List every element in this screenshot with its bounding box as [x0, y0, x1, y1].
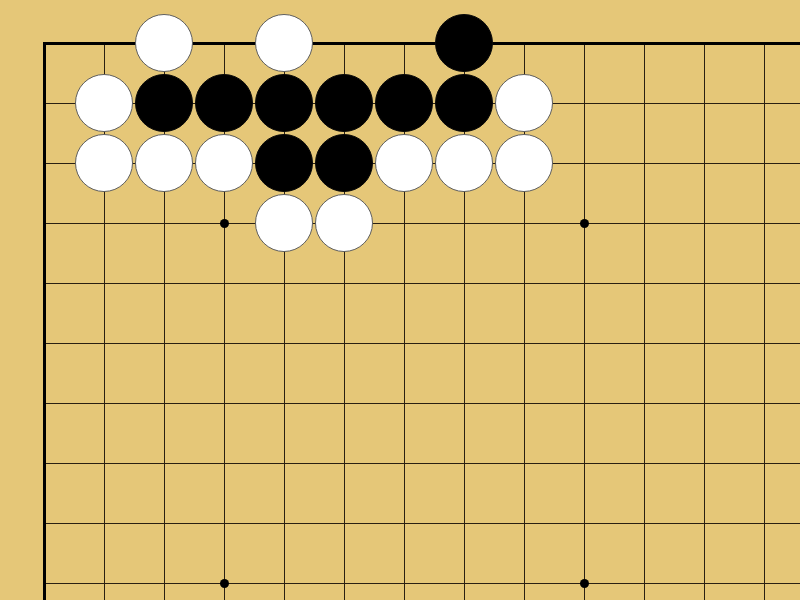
star-point-K10 — [580, 579, 589, 588]
intersection-A15[interactable] — [14, 253, 74, 313]
intersection-J12[interactable] — [494, 433, 554, 493]
intersection-A19[interactable] — [14, 13, 74, 73]
intersection-O14[interactable] — [794, 313, 800, 373]
intersection-M13[interactable] — [674, 373, 734, 433]
intersection-B11[interactable] — [74, 493, 134, 553]
intersection-J16[interactable] — [494, 193, 554, 253]
intersection-F12[interactable] — [314, 433, 374, 493]
intersection-M12[interactable] — [674, 433, 734, 493]
intersection-J15[interactable] — [494, 253, 554, 313]
intersection-C16[interactable] — [134, 193, 194, 253]
intersection-O16[interactable] — [794, 193, 800, 253]
intersection-K17[interactable] — [554, 133, 614, 193]
intersection-H11[interactable] — [434, 493, 494, 553]
intersection-C15[interactable] — [134, 253, 194, 313]
black-stone-C18 — [135, 74, 193, 132]
white-stone-E16 — [255, 194, 313, 252]
intersection-M15[interactable] — [674, 253, 734, 313]
intersection-E15[interactable] — [254, 253, 314, 313]
intersection-E14[interactable] — [254, 313, 314, 373]
white-stone-C17 — [135, 134, 193, 192]
intersection-L19[interactable] — [614, 13, 674, 73]
intersection-N16[interactable] — [734, 193, 794, 253]
black-stone-H19 — [435, 14, 493, 72]
intersection-L17[interactable] — [614, 133, 674, 193]
black-stone-F18 — [315, 74, 373, 132]
intersection-C11[interactable] — [134, 493, 194, 553]
black-stone-E17 — [255, 134, 313, 192]
intersection-A10[interactable] — [14, 553, 74, 600]
intersection-F13[interactable] — [314, 373, 374, 433]
white-stone-B17 — [75, 134, 133, 192]
white-stone-B18 — [75, 74, 133, 132]
white-stone-H17 — [435, 134, 493, 192]
intersection-M11[interactable] — [674, 493, 734, 553]
intersection-K14[interactable] — [554, 313, 614, 373]
intersection-B19[interactable] — [74, 13, 134, 73]
intersection-O12[interactable] — [794, 433, 800, 493]
intersection-F19[interactable] — [314, 13, 374, 73]
intersection-M17[interactable] — [674, 133, 734, 193]
intersection-N13[interactable] — [734, 373, 794, 433]
star-point-K16 — [580, 219, 589, 228]
intersection-D19[interactable] — [194, 13, 254, 73]
intersection-C14[interactable] — [134, 313, 194, 373]
intersection-K13[interactable] — [554, 373, 614, 433]
intersection-H15[interactable] — [434, 253, 494, 313]
intersection-L18[interactable] — [614, 73, 674, 133]
intersection-F11[interactable] — [314, 493, 374, 553]
intersection-L15[interactable] — [614, 253, 674, 313]
intersection-J19[interactable] — [494, 13, 554, 73]
intersection-K12[interactable] — [554, 433, 614, 493]
intersection-J10[interactable] — [494, 553, 554, 600]
intersection-D13[interactable] — [194, 373, 254, 433]
intersection-B13[interactable] — [74, 373, 134, 433]
star-point-D10 — [220, 579, 229, 588]
intersection-O15[interactable] — [794, 253, 800, 313]
intersection-J13[interactable] — [494, 373, 554, 433]
intersection-D10[interactable] — [194, 553, 254, 600]
intersection-B10[interactable] — [74, 553, 134, 600]
intersection-K11[interactable] — [554, 493, 614, 553]
intersection-A18[interactable] — [14, 73, 74, 133]
intersection-L13[interactable] — [614, 373, 674, 433]
intersection-O19[interactable] — [794, 13, 800, 73]
intersection-A16[interactable] — [14, 193, 74, 253]
intersection-C10[interactable] — [134, 553, 194, 600]
intersection-B16[interactable] — [74, 193, 134, 253]
intersection-B12[interactable] — [74, 433, 134, 493]
intersection-N19[interactable] — [734, 13, 794, 73]
intersection-J11[interactable] — [494, 493, 554, 553]
intersection-H14[interactable] — [434, 313, 494, 373]
intersection-N17[interactable] — [734, 133, 794, 193]
intersection-N10[interactable] — [734, 553, 794, 600]
intersection-E10[interactable] — [254, 553, 314, 600]
intersection-N12[interactable] — [734, 433, 794, 493]
intersection-M16[interactable] — [674, 193, 734, 253]
intersection-L12[interactable] — [614, 433, 674, 493]
black-stone-H18 — [435, 74, 493, 132]
intersection-N15[interactable] — [734, 253, 794, 313]
intersection-O18[interactable] — [794, 73, 800, 133]
white-stone-D17 — [195, 134, 253, 192]
intersection-G10[interactable] — [374, 553, 434, 600]
intersection-E11[interactable] — [254, 493, 314, 553]
intersection-O11[interactable] — [794, 493, 800, 553]
white-stone-G17 — [375, 134, 433, 192]
intersection-L11[interactable] — [614, 493, 674, 553]
black-stone-E18 — [255, 74, 313, 132]
intersection-D11[interactable] — [194, 493, 254, 553]
intersection-F14[interactable] — [314, 313, 374, 373]
intersection-G13[interactable] — [374, 373, 434, 433]
intersection-G12[interactable] — [374, 433, 434, 493]
star-point-D16 — [220, 219, 229, 228]
intersection-A17[interactable] — [14, 133, 74, 193]
intersection-A13[interactable] — [14, 373, 74, 433]
intersection-K19[interactable] — [554, 13, 614, 73]
intersection-G16[interactable] — [374, 193, 434, 253]
white-stone-F16 — [315, 194, 373, 252]
black-stone-G18 — [375, 74, 433, 132]
intersection-E12[interactable] — [254, 433, 314, 493]
intersection-H12[interactable] — [434, 433, 494, 493]
intersection-D14[interactable] — [194, 313, 254, 373]
intersection-L16[interactable] — [614, 193, 674, 253]
intersection-K18[interactable] — [554, 73, 614, 133]
intersection-B14[interactable] — [74, 313, 134, 373]
intersection-A14[interactable] — [14, 313, 74, 373]
intersection-G14[interactable] — [374, 313, 434, 373]
intersection-N18[interactable] — [734, 73, 794, 133]
intersection-C13[interactable] — [134, 373, 194, 433]
intersection-F10[interactable] — [314, 553, 374, 600]
intersection-D12[interactable] — [194, 433, 254, 493]
intersection-H16[interactable] — [434, 193, 494, 253]
intersection-O17[interactable] — [794, 133, 800, 193]
intersection-H13[interactable] — [434, 373, 494, 433]
intersection-K10[interactable] — [554, 553, 614, 600]
go-board — [0, 0, 800, 600]
intersection-H10[interactable] — [434, 553, 494, 600]
intersection-M14[interactable] — [674, 313, 734, 373]
intersection-N11[interactable] — [734, 493, 794, 553]
black-stone-D18 — [195, 74, 253, 132]
intersection-O13[interactable] — [794, 373, 800, 433]
white-stone-J17 — [495, 134, 553, 192]
intersection-N14[interactable] — [734, 313, 794, 373]
intersection-G15[interactable] — [374, 253, 434, 313]
white-stone-J18 — [495, 74, 553, 132]
intersection-L14[interactable] — [614, 313, 674, 373]
white-stone-E19 — [255, 14, 313, 72]
intersection-O10[interactable] — [794, 553, 800, 600]
intersection-F15[interactable] — [314, 253, 374, 313]
intersection-A11[interactable] — [14, 493, 74, 553]
intersection-K15[interactable] — [554, 253, 614, 313]
black-stone-F17 — [315, 134, 373, 192]
intersection-G19[interactable] — [374, 13, 434, 73]
intersection-E13[interactable] — [254, 373, 314, 433]
intersection-B15[interactable] — [74, 253, 134, 313]
intersection-G11[interactable] — [374, 493, 434, 553]
intersection-M19[interactable] — [674, 13, 734, 73]
intersection-M10[interactable] — [674, 553, 734, 600]
intersection-A12[interactable] — [14, 433, 74, 493]
intersection-J14[interactable] — [494, 313, 554, 373]
white-stone-C19 — [135, 14, 193, 72]
intersection-M18[interactable] — [674, 73, 734, 133]
intersection-C12[interactable] — [134, 433, 194, 493]
intersection-D15[interactable] — [194, 253, 254, 313]
intersection-L10[interactable] — [614, 553, 674, 600]
